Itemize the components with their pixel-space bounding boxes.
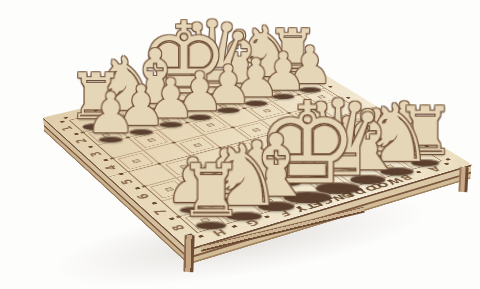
black-rook-icon: ♜ [147,157,275,225]
board-leg-right-corner [458,167,468,192]
piece-black-rook[interactable]: ♜ [147,157,275,225]
product-photo-canvas: ♜♞♝♚♛♝♞♜♟♟♟♟♟♟♟♟♟♟♟♟♟♟♟♟♜♞♝♚♛♝♞♜ 1234567… [0,0,480,289]
board-leg-front-corner [183,235,194,272]
